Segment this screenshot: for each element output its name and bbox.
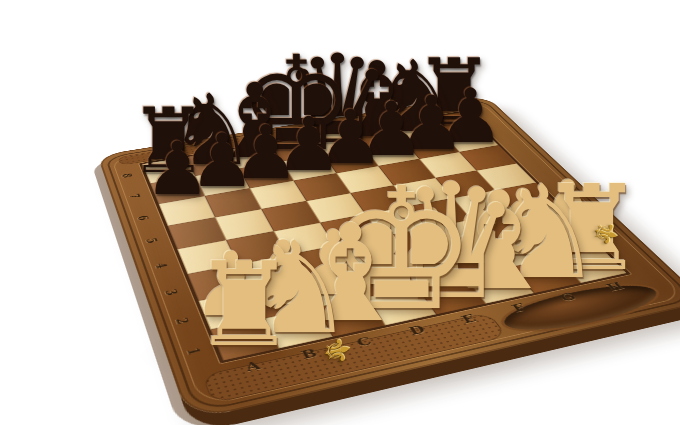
piece-black-pawn-a7[interactable]: ♟ (145, 132, 211, 205)
piece-white-rook-a1[interactable]: ♜ (192, 247, 296, 363)
product-photo-scene: ABCDEFGH 87654321 ♜♞♝♚♛♝♞♜♟♟♟♟♟♟♟♟♟♟♟♟♟♟… (0, 0, 680, 425)
